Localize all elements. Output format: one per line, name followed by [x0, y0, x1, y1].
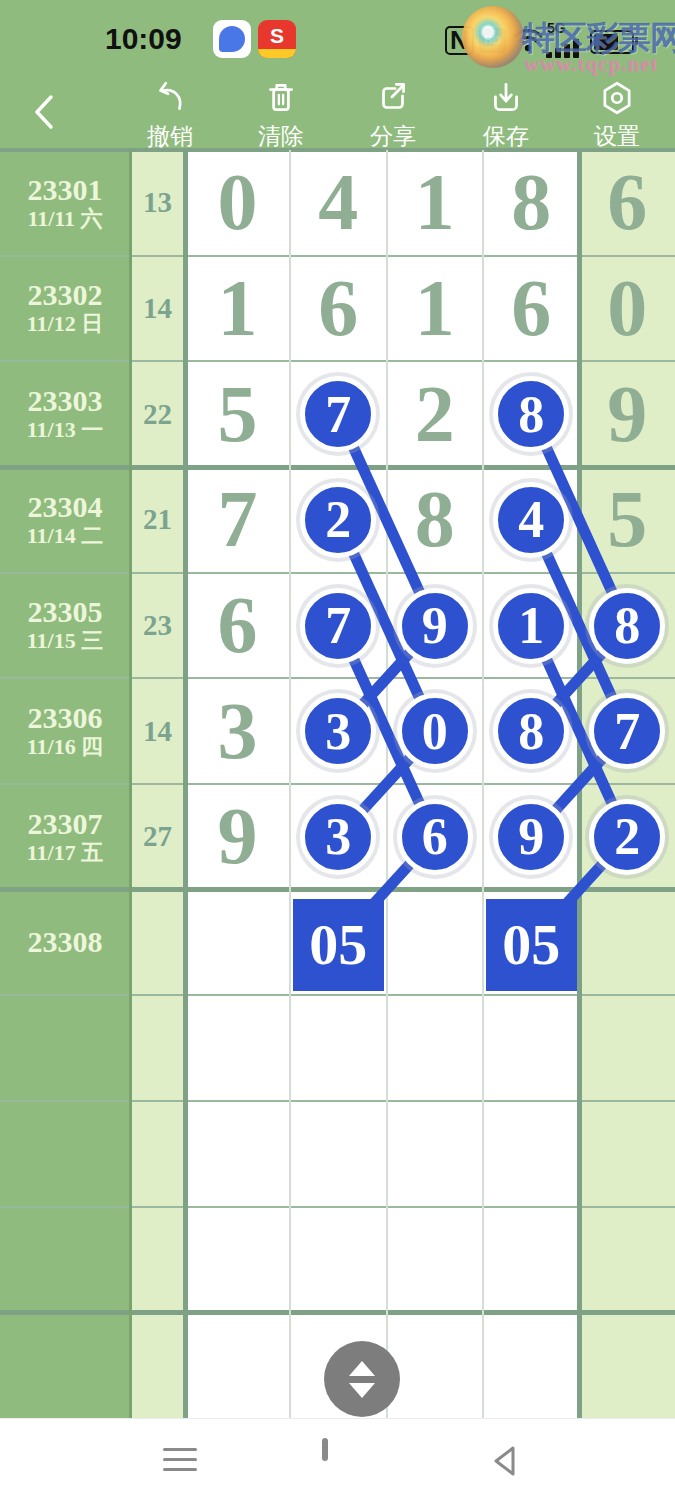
status-bar: 10:09 S N HD 5G 特区彩票网 www.tqcp.net: [0, 0, 675, 75]
clear-button[interactable]: 清除: [236, 79, 326, 152]
undo-icon: [151, 79, 189, 117]
digit-cell[interactable]: 6: [580, 150, 675, 256]
draw-number: 23304: [28, 491, 103, 523]
settings-button[interactable]: 设置: [572, 79, 662, 152]
undo-label: 撤销: [125, 121, 215, 152]
nfc-icon: N: [445, 26, 474, 55]
nav-back-button[interactable]: [486, 1441, 526, 1481]
signal-bars-icon: [546, 38, 582, 58]
marked-digit-circle[interactable]: 3: [300, 799, 376, 875]
marked-digit-circle[interactable]: 8: [589, 588, 665, 664]
notification-app-icon: S: [258, 20, 296, 58]
watermark-url: www.tqcp.net: [524, 52, 659, 77]
undo-button[interactable]: 撤销: [125, 79, 215, 152]
draw-number: 23306: [28, 702, 103, 734]
draw-number: 23301: [28, 174, 103, 206]
digit-cell[interactable]: 5: [580, 467, 675, 573]
draw-date: 11/12 日: [27, 311, 103, 337]
row-border: [0, 1310, 675, 1315]
draw-number: 23303: [28, 385, 103, 417]
draw-date: 11/13 一: [27, 417, 103, 443]
scroll-toggle-button[interactable]: [324, 1341, 400, 1417]
clear-label: 清除: [236, 121, 326, 152]
draw-date: 11/14 二: [27, 523, 103, 549]
clock: 10:09: [105, 22, 182, 56]
back-button[interactable]: [22, 89, 68, 135]
digit-cell[interactable]: 6: [290, 256, 387, 362]
draw-number: 23305: [28, 596, 103, 628]
notification-app-badge: [258, 49, 296, 58]
save-icon: [487, 79, 525, 117]
draw-label: 2330711/17 五: [0, 784, 130, 890]
draw-label: 2330111/11 六: [0, 150, 130, 256]
marked-digit-circle[interactable]: 8: [493, 693, 569, 769]
draw-date: 11/11 六: [27, 206, 102, 232]
draw-date: 11/17 五: [27, 840, 103, 866]
digit-cell[interactable]: 8: [483, 150, 580, 256]
settings-icon: [598, 79, 636, 117]
marked-digit-circle[interactable]: 7: [300, 376, 376, 452]
digit-cell[interactable]: 6: [185, 573, 290, 679]
digit-cell[interactable]: 8: [387, 467, 484, 573]
draw-label: 2330311/13 一: [0, 361, 130, 467]
draw-date: 11/16 四: [27, 734, 103, 760]
draw-date: 11/15 三: [27, 628, 103, 654]
digit-cell[interactable]: 4: [290, 150, 387, 256]
sum-value: 14: [130, 256, 185, 362]
marked-digit-circle[interactable]: 4: [493, 482, 569, 558]
digit-cell[interactable]: 9: [580, 361, 675, 467]
sum-value: 22: [130, 361, 185, 467]
draw-label: 2330411/14 二: [0, 467, 130, 573]
marked-digit-circle[interactable]: 6: [397, 799, 473, 875]
save-button[interactable]: 保存: [461, 79, 551, 152]
digit-cell[interactable]: 1: [387, 256, 484, 362]
marked-digit-circle[interactable]: 8: [493, 376, 569, 452]
share-button[interactable]: 分享: [348, 79, 438, 152]
marked-digit-circle[interactable]: 0: [397, 693, 473, 769]
settings-label: 设置: [572, 121, 662, 152]
home-button[interactable]: [322, 1441, 362, 1481]
marked-digit-circle[interactable]: 9: [397, 588, 473, 664]
digit-cell[interactable]: 3: [185, 678, 290, 784]
sum-value: 13: [130, 150, 185, 256]
share-label: 分享: [348, 121, 438, 152]
toolbar: 撤销 清除 分享 保存: [0, 75, 675, 150]
arrow-up-icon: [349, 1361, 375, 1376]
prediction-box[interactable]: 05: [293, 899, 384, 992]
arrow-down-icon: [349, 1383, 375, 1398]
draw-number: 23302: [28, 279, 103, 311]
draw-number: 23308: [28, 926, 103, 958]
digit-cell[interactable]: 6: [483, 256, 580, 362]
save-label: 保存: [461, 121, 551, 152]
draw-label: 2330511/15 三: [0, 573, 130, 679]
recents-menu-button[interactable]: [160, 1441, 200, 1481]
row-border: [0, 1100, 675, 1102]
browser-app-icon: [213, 20, 251, 58]
digit-cell[interactable]: 9: [185, 784, 290, 890]
sum-value: 21: [130, 467, 185, 573]
marked-digit-circle[interactable]: 7: [300, 588, 376, 664]
battery-icon: [590, 30, 634, 54]
marked-digit-circle[interactable]: 2: [589, 799, 665, 875]
network-type-label: 5G: [547, 20, 566, 36]
sum-value: 27: [130, 784, 185, 890]
digit-cell[interactable]: 2: [387, 361, 484, 467]
row-border: [0, 1206, 675, 1208]
marked-digit-circle[interactable]: 2: [300, 482, 376, 558]
sum-value: 14: [130, 678, 185, 784]
prediction-box[interactable]: 05: [486, 899, 577, 992]
draw-label: 23308: [0, 890, 130, 996]
share-icon: [374, 79, 412, 117]
draw-label: 2330611/16 四: [0, 678, 130, 784]
hd-voice-icon: HD: [479, 28, 506, 53]
browser-app-glyph: [219, 26, 245, 52]
wifi-icon: [512, 27, 544, 57]
trash-icon: [262, 79, 300, 117]
sum-value: 23: [130, 573, 185, 679]
marked-digit-circle[interactable]: 7: [589, 693, 665, 769]
marked-digit-circle[interactable]: 9: [493, 799, 569, 875]
digit-cell[interactable]: 7: [185, 467, 290, 573]
marked-digit-circle[interactable]: 3: [300, 693, 376, 769]
digit-cell[interactable]: 1: [387, 150, 484, 256]
phone-screen: 2330111/11 六13041862330211/12 日141616023…: [0, 0, 675, 1500]
draw-number: 23307: [28, 808, 103, 840]
android-nav-bar: [0, 1418, 675, 1500]
draw-label: 2330211/12 日: [0, 256, 130, 362]
digit-cell[interactable]: 5: [185, 361, 290, 467]
digit-cell[interactable]: 1: [185, 256, 290, 362]
digit-cell[interactable]: 0: [185, 150, 290, 256]
digit-cell[interactable]: 0: [580, 256, 675, 362]
marked-digit-circle[interactable]: 1: [493, 588, 569, 664]
